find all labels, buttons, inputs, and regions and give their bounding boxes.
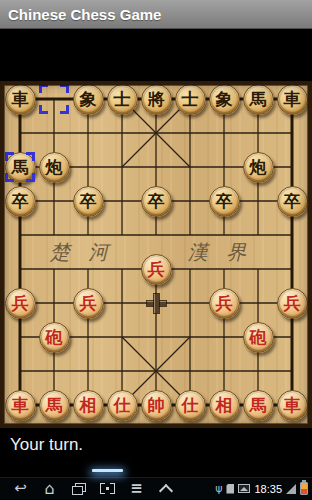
piece-glyph: 卒 (216, 192, 233, 210)
gallery-icon (238, 484, 250, 493)
red-cannon-piece[interactable]: 砲 (243, 322, 274, 353)
cursor-crosshair-marker (147, 294, 166, 313)
red-advisor-piece[interactable]: 仕 (107, 390, 138, 421)
piece-glyph: 士 (114, 90, 131, 108)
red-horse-piece[interactable]: 馬 (243, 390, 274, 421)
piece-glyph: 兵 (80, 294, 97, 312)
phone-screen: Chinese Chess Game (0, 0, 312, 500)
piece-glyph: 砲 (46, 328, 63, 346)
black-advisor-piece[interactable]: 士 (175, 84, 206, 115)
red-chariot-piece[interactable]: 車 (277, 390, 308, 421)
app-title: Chinese Chess Game (0, 6, 161, 23)
screenshot-button[interactable] (93, 479, 122, 499)
piece-glyph: 車 (284, 90, 301, 108)
piece-glyph: 士 (182, 90, 199, 108)
marker-corner (39, 84, 48, 93)
piece-glyph: 兵 (284, 294, 301, 312)
red-soldier-piece[interactable]: 兵 (277, 288, 308, 319)
red-soldier-piece[interactable]: 兵 (141, 254, 172, 285)
top-black-gap (0, 29, 312, 81)
recents-button[interactable] (64, 479, 93, 499)
piece-glyph: 象 (80, 90, 97, 108)
marker-corner (60, 84, 69, 93)
clock: 18:35 (254, 483, 282, 495)
menu-icon: ≡ (130, 481, 143, 496)
red-chariot-piece[interactable]: 車 (5, 390, 36, 421)
xiangqi-board[interactable]: 楚 河 漢 界 車象士將士象馬車馬炮炮卒卒卒卒卒兵兵兵兵兵砲砲車馬相仕帥仕相馬車 (0, 81, 312, 428)
piece-glyph: 相 (80, 396, 97, 414)
home-button[interactable]: ⌂ (35, 479, 64, 499)
red-general-piece[interactable]: 帥 (141, 390, 172, 421)
piece-glyph: 兵 (12, 294, 29, 312)
black-general-piece[interactable]: 將 (141, 84, 172, 115)
black-soldier-piece[interactable]: 卒 (209, 186, 240, 217)
piece-glyph: 象 (216, 90, 233, 108)
piece-glyph: 馬 (12, 158, 29, 176)
signal-icon (286, 484, 296, 494)
back-icon: ↩ (14, 481, 27, 496)
back-button[interactable]: ↩ (6, 479, 35, 499)
board-grid[interactable]: 車象士將士象馬車馬炮炮卒卒卒卒卒兵兵兵兵兵砲砲車馬相仕帥仕相馬車 (3, 82, 309, 422)
piece-glyph: 兵 (216, 294, 233, 312)
black-horse-piece[interactable]: 馬 (243, 84, 274, 115)
chevron-up-icon (158, 484, 172, 498)
expand-button[interactable] (151, 479, 180, 499)
piece-glyph: 車 (12, 90, 29, 108)
red-horse-piece[interactable]: 馬 (39, 390, 70, 421)
black-soldier-piece[interactable]: 卒 (277, 186, 308, 217)
piece-glyph: 馬 (250, 90, 267, 108)
red-elephant-piece[interactable]: 相 (209, 390, 240, 421)
piece-glyph: 車 (12, 396, 29, 414)
nav-buttons: ↩ ⌂ ≡ (0, 479, 180, 499)
usb-icon: ψ (215, 483, 222, 494)
piece-glyph: 仕 (182, 396, 199, 414)
piece-glyph: 卒 (12, 192, 29, 210)
piece-glyph: 仕 (114, 396, 131, 414)
piece-glyph: 相 (216, 396, 233, 414)
red-soldier-piece[interactable]: 兵 (73, 288, 104, 319)
piece-glyph: 將 (148, 90, 165, 108)
black-horse-piece[interactable]: 馬 (5, 152, 36, 183)
turn-status-message: Your turn. (10, 435, 83, 454)
recents-icon (72, 483, 86, 495)
black-elephant-piece[interactable]: 象 (73, 84, 104, 115)
piece-glyph: 卒 (80, 192, 97, 210)
piece-glyph: 卒 (148, 192, 165, 210)
black-chariot-piece[interactable]: 車 (5, 84, 36, 115)
piece-glyph: 馬 (250, 396, 267, 414)
piece-glyph: 砲 (250, 328, 267, 346)
app-title-bar: Chinese Chess Game (0, 0, 312, 29)
menu-button[interactable]: ≡ (122, 479, 151, 499)
red-cannon-piece[interactable]: 砲 (39, 322, 70, 353)
sdcard-icon (226, 484, 234, 494)
red-soldier-piece[interactable]: 兵 (209, 288, 240, 319)
piece-glyph: 兵 (148, 260, 165, 278)
android-nav-bar: ↩ ⌂ ≡ ψ 18:35 (0, 477, 312, 499)
black-advisor-piece[interactable]: 士 (107, 84, 138, 115)
piece-glyph: 車 (284, 396, 301, 414)
status-bar: Your turn. (0, 428, 312, 477)
screenshot-icon (100, 483, 115, 494)
black-soldier-piece[interactable]: 卒 (141, 186, 172, 217)
red-soldier-piece[interactable]: 兵 (5, 288, 36, 319)
black-soldier-piece[interactable]: 卒 (73, 186, 104, 217)
black-soldier-piece[interactable]: 卒 (5, 186, 36, 217)
active-button-highlight (92, 469, 123, 472)
black-elephant-piece[interactable]: 象 (209, 84, 240, 115)
battery-icon (300, 482, 308, 495)
home-icon: ⌂ (44, 481, 54, 497)
red-elephant-piece[interactable]: 相 (73, 390, 104, 421)
status-icons: ψ 18:35 (215, 482, 312, 495)
move-from-marker (39, 84, 69, 114)
piece-glyph: 炮 (250, 158, 267, 176)
marker-corner (60, 105, 69, 114)
piece-glyph: 炮 (46, 158, 63, 176)
black-cannon-piece[interactable]: 炮 (39, 152, 70, 183)
black-chariot-piece[interactable]: 車 (277, 84, 308, 115)
red-advisor-piece[interactable]: 仕 (175, 390, 206, 421)
piece-glyph: 帥 (148, 396, 165, 414)
black-cannon-piece[interactable]: 炮 (243, 152, 274, 183)
piece-glyph: 馬 (46, 396, 63, 414)
piece-glyph: 卒 (284, 192, 301, 210)
marker-corner (39, 105, 48, 114)
